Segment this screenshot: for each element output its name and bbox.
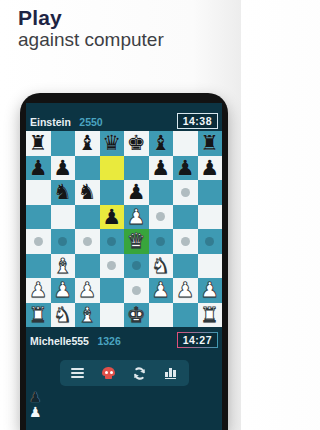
square-e8[interactable]: ♚	[124, 131, 149, 156]
toolbar-row	[26, 360, 222, 386]
square-g8[interactable]	[173, 131, 198, 156]
legal-move-dot	[181, 237, 190, 246]
square-c3[interactable]	[75, 254, 100, 279]
white-b-piece: ♝	[78, 303, 97, 328]
square-f8[interactable]: ♝	[149, 131, 174, 156]
white-b-piece: ♝	[53, 254, 72, 279]
legal-move-dot	[83, 237, 92, 246]
white-p-piece: ♟	[151, 278, 170, 303]
captured-white-pawn-icon: ♟	[29, 405, 42, 420]
square-c6[interactable]: ♞	[75, 180, 100, 205]
legal-move-dot	[107, 237, 116, 246]
square-a4[interactable]	[26, 229, 51, 254]
square-c7[interactable]	[75, 156, 100, 181]
square-e4[interactable]: ♛	[124, 229, 149, 254]
square-b3[interactable]: ♝	[51, 254, 76, 279]
app-screen: Einstein 2550 14:38 ♜♝♛♚♝♜♟♟♟♟♟♞♞♟♟♟♛♝♞♟…	[26, 103, 222, 430]
square-c2[interactable]: ♟	[75, 278, 100, 303]
black-p-piece: ♟	[29, 156, 48, 181]
black-p-piece: ♟	[127, 180, 146, 205]
black-p-piece: ♟	[200, 156, 219, 181]
white-n-piece: ♞	[151, 254, 170, 279]
square-b4[interactable]	[51, 229, 76, 254]
legal-move-dot	[58, 237, 67, 246]
menu-icon[interactable]	[70, 365, 86, 381]
swap-icon[interactable]	[132, 365, 148, 381]
square-a8[interactable]: ♜	[26, 131, 51, 156]
black-p-piece: ♟	[151, 156, 170, 181]
square-h8[interactable]: ♜	[198, 131, 223, 156]
square-d6[interactable]	[100, 180, 125, 205]
square-a7[interactable]: ♟	[26, 156, 51, 181]
square-d2[interactable]	[100, 278, 125, 303]
stats-icon[interactable]	[163, 365, 179, 381]
white-p-piece: ♟	[127, 205, 146, 230]
square-h4[interactable]	[198, 229, 223, 254]
black-p-piece: ♟	[53, 156, 72, 181]
white-p-piece: ♟	[53, 278, 72, 303]
square-g1[interactable]	[173, 303, 198, 328]
legal-move-dot	[205, 237, 214, 246]
square-f7[interactable]: ♟	[149, 156, 174, 181]
black-b-piece: ♝	[151, 131, 170, 156]
square-a2[interactable]: ♟	[26, 278, 51, 303]
opponent-info: Einstein 2550	[30, 112, 103, 130]
legal-move-dot	[156, 212, 165, 221]
black-p-piece: ♟	[102, 205, 121, 230]
white-k-piece: ♚	[127, 303, 146, 328]
black-r-piece: ♜	[200, 131, 219, 156]
square-c8[interactable]: ♝	[75, 131, 100, 156]
black-k-piece: ♚	[127, 131, 146, 156]
square-d4[interactable]	[100, 229, 125, 254]
game-toolbar	[60, 360, 189, 386]
square-b5[interactable]	[51, 205, 76, 230]
headline: Play against computer	[18, 7, 164, 50]
black-b-piece: ♝	[78, 131, 97, 156]
square-a1[interactable]: ♜	[26, 303, 51, 328]
player-name: Michelle555	[30, 335, 89, 347]
square-h6[interactable]	[198, 180, 223, 205]
square-e6[interactable]: ♟	[124, 180, 149, 205]
square-g7[interactable]: ♟	[173, 156, 198, 181]
square-b2[interactable]: ♟	[51, 278, 76, 303]
black-q-piece: ♛	[102, 131, 121, 156]
legal-move-dot	[132, 261, 141, 270]
square-e2[interactable]	[124, 278, 149, 303]
square-e5[interactable]: ♟	[124, 205, 149, 230]
square-d7[interactable]	[100, 156, 125, 181]
square-e1[interactable]: ♚	[124, 303, 149, 328]
player-rating: 1326	[97, 335, 120, 347]
square-a5[interactable]	[26, 205, 51, 230]
square-a3[interactable]	[26, 254, 51, 279]
square-c4[interactable]	[75, 229, 100, 254]
square-h7[interactable]: ♟	[198, 156, 223, 181]
phone-mockup: Einstein 2550 14:38 ♜♝♛♚♝♜♟♟♟♟♟♞♞♟♟♟♛♝♞♟…	[20, 93, 228, 430]
square-f5[interactable]	[149, 205, 174, 230]
square-d8[interactable]: ♛	[100, 131, 125, 156]
legal-move-dot	[107, 261, 116, 270]
chess-board[interactable]: ♜♝♛♚♝♜♟♟♟♟♟♞♞♟♟♟♛♝♞♟♟♟♟♟♟♜♞♝♚♜	[26, 131, 222, 327]
legal-move-dot	[34, 237, 43, 246]
square-h5[interactable]	[198, 205, 223, 230]
square-d1[interactable]	[100, 303, 125, 328]
white-p-piece: ♟	[78, 278, 97, 303]
white-q-piece: ♛	[127, 229, 146, 254]
square-g2[interactable]: ♟	[173, 278, 198, 303]
white-p-piece: ♟	[176, 278, 195, 303]
page-subtitle: against computer	[18, 30, 164, 51]
black-r-piece: ♜	[29, 131, 48, 156]
black-n-piece: ♞	[53, 180, 72, 205]
square-g5[interactable]	[173, 205, 198, 230]
opponent-rating: 2550	[79, 116, 102, 128]
opponent-name: Einstein	[30, 116, 71, 128]
square-e7[interactable]	[124, 156, 149, 181]
opponent-clock: 14:38	[177, 113, 218, 129]
white-p-piece: ♟	[200, 278, 219, 303]
legal-move-dot	[132, 286, 141, 295]
player-bar: Michelle555 1326 14:27	[26, 327, 222, 353]
square-f3[interactable]: ♞	[149, 254, 174, 279]
white-r-piece: ♜	[29, 303, 48, 328]
square-d3[interactable]	[100, 254, 125, 279]
square-c5[interactable]	[75, 205, 100, 230]
square-b8[interactable]	[51, 131, 76, 156]
square-d5[interactable]: ♟	[100, 205, 125, 230]
opponent-bar: Einstein 2550 14:38	[26, 111, 222, 131]
square-b1[interactable]: ♞	[51, 303, 76, 328]
player-clock: 14:27	[177, 332, 218, 348]
square-e3[interactable]	[124, 254, 149, 279]
square-f2[interactable]: ♟	[149, 278, 174, 303]
white-p-piece: ♟	[29, 278, 48, 303]
square-f6[interactable]	[149, 180, 174, 205]
square-a6[interactable]	[26, 180, 51, 205]
square-f4[interactable]	[149, 229, 174, 254]
square-h3[interactable]	[198, 254, 223, 279]
square-g6[interactable]	[173, 180, 198, 205]
skull-icon[interactable]	[101, 365, 117, 381]
white-n-piece: ♞	[53, 303, 72, 328]
legal-move-dot	[156, 237, 165, 246]
square-g3[interactable]	[173, 254, 198, 279]
square-c1[interactable]: ♝	[75, 303, 100, 328]
square-h1[interactable]: ♜	[198, 303, 223, 328]
page-title: Play	[18, 7, 164, 30]
captured-pieces: ♟ ♟	[29, 390, 42, 420]
black-p-piece: ♟	[176, 156, 195, 181]
square-b6[interactable]: ♞	[51, 180, 76, 205]
legal-move-dot	[181, 188, 190, 197]
black-n-piece: ♞	[78, 180, 97, 205]
player-info: Michelle555 1326	[30, 331, 121, 349]
square-b7[interactable]: ♟	[51, 156, 76, 181]
square-h2[interactable]: ♟	[198, 278, 223, 303]
square-f1[interactable]	[149, 303, 174, 328]
captured-black-pawn-icon: ♟	[29, 390, 42, 405]
square-g4[interactable]	[173, 229, 198, 254]
white-r-piece: ♜	[200, 303, 219, 328]
